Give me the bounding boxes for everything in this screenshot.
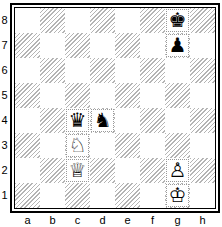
square-a2 bbox=[15, 158, 40, 183]
square-b8 bbox=[40, 8, 65, 33]
square-c1 bbox=[65, 183, 90, 208]
piece-black-pawn: ♟ bbox=[166, 34, 189, 57]
file-label-f: f bbox=[140, 213, 165, 227]
rank-label-2: 2 bbox=[0, 158, 9, 183]
square-g2: ♙ bbox=[165, 158, 190, 183]
square-c5 bbox=[65, 83, 90, 108]
file-label-c: c bbox=[65, 213, 90, 227]
square-h6 bbox=[190, 58, 215, 83]
square-c8 bbox=[65, 8, 90, 33]
square-b5 bbox=[40, 83, 65, 108]
square-a8 bbox=[15, 8, 40, 33]
rank-label-7: 7 bbox=[0, 33, 9, 58]
square-e1 bbox=[115, 183, 140, 208]
square-d7 bbox=[90, 33, 115, 58]
square-g8: ♚ bbox=[165, 8, 190, 33]
square-e2 bbox=[115, 158, 140, 183]
square-e4 bbox=[115, 108, 140, 133]
square-e3 bbox=[115, 133, 140, 158]
file-label-d: d bbox=[90, 213, 115, 227]
square-b7 bbox=[40, 33, 65, 58]
square-f8 bbox=[140, 8, 165, 33]
piece-white-knight: ♘ bbox=[66, 134, 89, 157]
square-g4 bbox=[165, 108, 190, 133]
square-b1 bbox=[40, 183, 65, 208]
square-d1 bbox=[90, 183, 115, 208]
square-d6 bbox=[90, 58, 115, 83]
square-c3: ♘ bbox=[65, 133, 90, 158]
square-h4 bbox=[190, 108, 215, 133]
square-g5 bbox=[165, 83, 190, 108]
piece-white-queen: ♕ bbox=[66, 159, 89, 182]
square-f6 bbox=[140, 58, 165, 83]
square-c6 bbox=[65, 58, 90, 83]
square-c7 bbox=[65, 33, 90, 58]
rank-labels: 87654321 bbox=[0, 8, 9, 208]
square-d3 bbox=[90, 133, 115, 158]
square-h1 bbox=[190, 183, 215, 208]
square-f7 bbox=[140, 33, 165, 58]
square-a1 bbox=[15, 183, 40, 208]
square-f3 bbox=[140, 133, 165, 158]
square-c2: ♕ bbox=[65, 158, 90, 183]
rank-label-3: 3 bbox=[0, 133, 9, 158]
square-a5 bbox=[15, 83, 40, 108]
square-h7 bbox=[190, 33, 215, 58]
file-label-h: h bbox=[190, 213, 215, 227]
square-e7 bbox=[115, 33, 140, 58]
square-d5 bbox=[90, 83, 115, 108]
square-b3 bbox=[40, 133, 65, 158]
rank-label-6: 6 bbox=[0, 58, 9, 83]
square-b2 bbox=[40, 158, 65, 183]
piece-black-knight: ♞ bbox=[91, 109, 114, 132]
square-g3 bbox=[165, 133, 190, 158]
square-d8 bbox=[90, 8, 115, 33]
chess-diagram: 87654321 ♚♟♛♞♘♕♙♔ abcdefgh bbox=[0, 0, 222, 227]
square-g1: ♔ bbox=[165, 183, 190, 208]
square-f2 bbox=[140, 158, 165, 183]
square-g6 bbox=[165, 58, 190, 83]
square-e6 bbox=[115, 58, 140, 83]
rank-label-5: 5 bbox=[0, 83, 9, 108]
square-a3 bbox=[15, 133, 40, 158]
square-d2 bbox=[90, 158, 115, 183]
square-a4 bbox=[15, 108, 40, 133]
square-e8 bbox=[115, 8, 140, 33]
rank-label-1: 1 bbox=[0, 183, 9, 208]
chess-board: ♚♟♛♞♘♕♙♔ bbox=[14, 7, 216, 209]
square-a7 bbox=[15, 33, 40, 58]
square-d4: ♞ bbox=[90, 108, 115, 133]
square-h5 bbox=[190, 83, 215, 108]
square-b6 bbox=[40, 58, 65, 83]
piece-white-pawn: ♙ bbox=[166, 159, 189, 182]
square-f4 bbox=[140, 108, 165, 133]
square-f1 bbox=[140, 183, 165, 208]
file-label-a: a bbox=[15, 213, 40, 227]
rank-label-8: 8 bbox=[0, 8, 9, 33]
square-h8 bbox=[190, 8, 215, 33]
square-e5 bbox=[115, 83, 140, 108]
square-a6 bbox=[15, 58, 40, 83]
file-label-g: g bbox=[165, 213, 190, 227]
square-h3 bbox=[190, 133, 215, 158]
square-f5 bbox=[140, 83, 165, 108]
file-label-b: b bbox=[40, 213, 65, 227]
board-frame: ♚♟♛♞♘♕♙♔ bbox=[10, 3, 220, 213]
piece-white-king: ♔ bbox=[166, 184, 189, 207]
square-b4 bbox=[40, 108, 65, 133]
piece-black-king: ♚ bbox=[166, 9, 189, 32]
square-h2 bbox=[190, 158, 215, 183]
square-g7: ♟ bbox=[165, 33, 190, 58]
file-labels: abcdefgh bbox=[15, 213, 215, 227]
piece-black-queen: ♛ bbox=[66, 109, 89, 132]
rank-label-4: 4 bbox=[0, 108, 9, 133]
file-label-e: e bbox=[115, 213, 140, 227]
square-c4: ♛ bbox=[65, 108, 90, 133]
